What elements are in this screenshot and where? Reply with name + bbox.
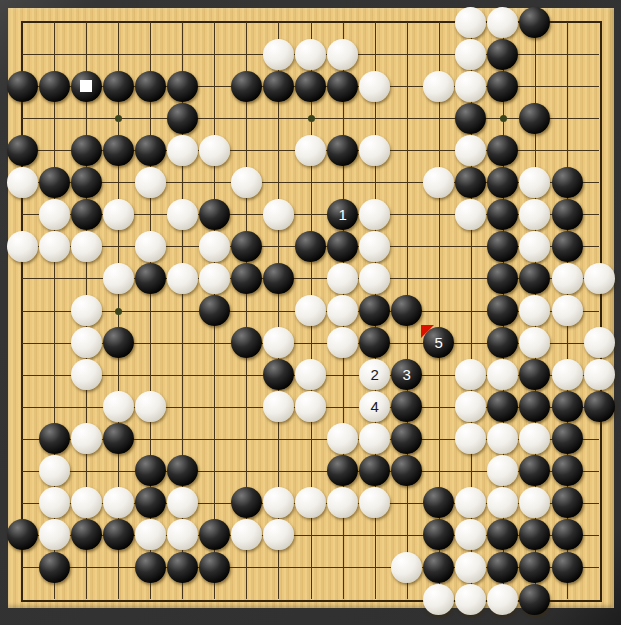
go-board[interactable]: 12345 xyxy=(8,8,614,608)
star-point xyxy=(500,115,507,122)
stone-white[interactable] xyxy=(71,231,102,262)
stone-black[interactable] xyxy=(135,263,166,294)
stone-black[interactable] xyxy=(359,295,390,326)
stone-white[interactable] xyxy=(327,263,358,294)
stone-black[interactable] xyxy=(135,71,166,102)
stone-white[interactable] xyxy=(552,263,583,294)
stone-white[interactable] xyxy=(327,327,358,358)
stone-white[interactable] xyxy=(71,487,102,518)
stone-black[interactable] xyxy=(487,39,518,70)
stone-white[interactable] xyxy=(423,71,454,102)
stone-white[interactable] xyxy=(552,295,583,326)
stone-white[interactable] xyxy=(455,135,486,166)
stone-black[interactable] xyxy=(135,487,166,518)
stone-white[interactable] xyxy=(167,487,198,518)
stone-black[interactable] xyxy=(263,359,294,390)
stone-white[interactable] xyxy=(199,231,230,262)
stone-white[interactable] xyxy=(39,519,70,550)
stone-white[interactable] xyxy=(135,231,166,262)
stone-black[interactable] xyxy=(167,552,198,583)
stone-white[interactable] xyxy=(359,199,390,230)
stone-black[interactable] xyxy=(167,455,198,486)
stone-white[interactable] xyxy=(263,39,294,70)
stone-black[interactable] xyxy=(103,519,134,550)
stone-black[interactable] xyxy=(71,199,102,230)
star-point xyxy=(115,308,122,315)
stone-black[interactable] xyxy=(167,71,198,102)
stone-black[interactable] xyxy=(487,71,518,102)
stone-white[interactable] xyxy=(263,327,294,358)
stone-white[interactable] xyxy=(584,327,615,358)
stone-white[interactable] xyxy=(231,167,262,198)
stone-black[interactable] xyxy=(231,231,262,262)
stone-white[interactable] xyxy=(455,71,486,102)
stone-white[interactable] xyxy=(359,135,390,166)
stone-black[interactable] xyxy=(103,423,134,454)
stone-black[interactable] xyxy=(167,103,198,134)
stone-white[interactable] xyxy=(39,199,70,230)
stone-white[interactable] xyxy=(39,487,70,518)
stone-white[interactable] xyxy=(455,584,486,615)
stone-black[interactable] xyxy=(263,71,294,102)
stone-black[interactable] xyxy=(39,167,70,198)
stone-white[interactable] xyxy=(391,552,422,583)
stone-black[interactable] xyxy=(487,552,518,583)
stone-black[interactable] xyxy=(552,552,583,583)
stone-black[interactable] xyxy=(552,487,583,518)
stone-black[interactable] xyxy=(39,423,70,454)
stone-white[interactable] xyxy=(295,135,326,166)
stone-white[interactable] xyxy=(295,39,326,70)
stone-white[interactable] xyxy=(295,359,326,390)
stone-black[interactable] xyxy=(71,135,102,166)
stone-white[interactable] xyxy=(71,295,102,326)
stone-white[interactable] xyxy=(103,391,134,422)
stone-black[interactable] xyxy=(295,71,326,102)
stone-black[interactable] xyxy=(519,552,550,583)
stone-white[interactable] xyxy=(167,135,198,166)
stone-black[interactable] xyxy=(327,135,358,166)
stone-white[interactable] xyxy=(584,359,615,390)
stone-white[interactable] xyxy=(135,391,166,422)
stone-black[interactable] xyxy=(231,71,262,102)
stone-black[interactable] xyxy=(423,552,454,583)
stone-white[interactable] xyxy=(327,295,358,326)
stone-black[interactable] xyxy=(487,135,518,166)
stone-black[interactable] xyxy=(71,167,102,198)
stone-black[interactable] xyxy=(39,71,70,102)
stone-black[interactable] xyxy=(519,584,550,615)
stone-black[interactable] xyxy=(295,231,326,262)
stone-white[interactable] xyxy=(7,231,38,262)
stone-black[interactable] xyxy=(519,103,550,134)
stone-black[interactable] xyxy=(552,199,583,230)
stone-white[interactable] xyxy=(455,7,486,38)
stone-black[interactable] xyxy=(584,391,615,422)
stone-white[interactable] xyxy=(103,263,134,294)
stone-white[interactable] xyxy=(199,135,230,166)
star-point xyxy=(308,115,315,122)
go-app-window: 12345 xyxy=(0,0,621,625)
stone-white[interactable] xyxy=(103,199,134,230)
stone-black[interactable] xyxy=(552,423,583,454)
stone-white[interactable] xyxy=(167,199,198,230)
stone-black[interactable] xyxy=(327,71,358,102)
stone-white[interactable] xyxy=(39,231,70,262)
stone-black[interactable] xyxy=(135,455,166,486)
stone-white[interactable] xyxy=(455,552,486,583)
stone-black[interactable] xyxy=(552,391,583,422)
stone-white[interactable] xyxy=(39,455,70,486)
stone-white[interactable] xyxy=(135,519,166,550)
stone-black[interactable] xyxy=(327,231,358,262)
stone-black[interactable] xyxy=(103,135,134,166)
stone-black[interactable] xyxy=(199,552,230,583)
stone-black[interactable] xyxy=(135,552,166,583)
stone-black[interactable] xyxy=(7,71,38,102)
stone-black[interactable] xyxy=(199,295,230,326)
stone-black[interactable] xyxy=(552,455,583,486)
stone-white[interactable] xyxy=(103,487,134,518)
stone-white[interactable] xyxy=(359,71,390,102)
stone-white[interactable] xyxy=(71,423,102,454)
stone-black[interactable] xyxy=(39,552,70,583)
stone-white[interactable] xyxy=(423,167,454,198)
stone-black[interactable] xyxy=(231,263,262,294)
stone-black[interactable] xyxy=(7,519,38,550)
stone-black[interactable] xyxy=(327,199,358,230)
stone-white[interactable] xyxy=(327,39,358,70)
stone-black[interactable] xyxy=(199,199,230,230)
stone-white[interactable] xyxy=(135,167,166,198)
stone-black[interactable] xyxy=(455,167,486,198)
stone-black[interactable] xyxy=(231,327,262,358)
stone-black[interactable] xyxy=(135,135,166,166)
stone-white[interactable] xyxy=(487,7,518,38)
stone-white[interactable] xyxy=(295,295,326,326)
stone-black[interactable] xyxy=(519,7,550,38)
stone-black[interactable] xyxy=(552,231,583,262)
stone-white[interactable] xyxy=(263,199,294,230)
stone-black[interactable] xyxy=(455,103,486,134)
stone-white[interactable] xyxy=(359,231,390,262)
stone-white[interactable] xyxy=(71,359,102,390)
stone-black[interactable] xyxy=(103,71,134,102)
stone-black[interactable] xyxy=(552,519,583,550)
stone-white[interactable] xyxy=(455,39,486,70)
stone-black[interactable] xyxy=(7,135,38,166)
stone-black[interactable] xyxy=(103,327,134,358)
stone-white[interactable] xyxy=(584,263,615,294)
stone-black[interactable] xyxy=(71,71,102,102)
stone-white[interactable] xyxy=(359,263,390,294)
stone-white[interactable] xyxy=(455,199,486,230)
stone-black[interactable] xyxy=(263,263,294,294)
stone-white[interactable] xyxy=(552,359,583,390)
stone-white[interactable] xyxy=(167,263,198,294)
stone-white[interactable] xyxy=(7,167,38,198)
stone-white[interactable] xyxy=(199,263,230,294)
stone-white[interactable] xyxy=(71,327,102,358)
stone-white[interactable] xyxy=(487,584,518,615)
stone-white[interactable] xyxy=(263,391,294,422)
stone-black[interactable] xyxy=(71,519,102,550)
stone-black[interactable] xyxy=(487,167,518,198)
stone-black[interactable] xyxy=(552,167,583,198)
stone-white[interactable] xyxy=(423,584,454,615)
